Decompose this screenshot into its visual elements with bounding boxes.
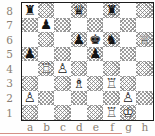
square-f8[interactable]: ♜	[103, 3, 119, 18]
piece-glyph: ♟	[40, 18, 52, 32]
rank-label-2: 2	[0, 91, 19, 106]
black-pawn-b7[interactable]: ♟	[38, 18, 54, 33]
square-e7[interactable]	[87, 18, 103, 33]
square-h1[interactable]	[136, 105, 152, 120]
piece-glyph: ♔	[122, 106, 134, 120]
square-h6[interactable]: ♛♕	[136, 32, 152, 47]
rank-label-8: 8	[0, 4, 19, 19]
piece-glyph: ♜	[106, 4, 118, 18]
piece-glyph: ♕	[138, 33, 150, 47]
square-f7[interactable]	[103, 18, 119, 33]
piece-glyph: ♚	[89, 33, 101, 47]
piece-glyph: ♙	[122, 91, 134, 105]
square-b4[interactable]: ♜♖	[38, 61, 54, 76]
white-rook-f1[interactable]: ♜♖	[103, 105, 119, 120]
square-e3[interactable]	[87, 76, 103, 91]
square-d4[interactable]	[71, 61, 87, 76]
piece-glyph: ♟	[89, 47, 101, 61]
square-h7[interactable]	[136, 18, 152, 33]
square-d6[interactable]: ♟	[71, 32, 87, 47]
square-c4[interactable]: ♟♙	[54, 61, 70, 76]
piece-glyph: ♟	[73, 33, 85, 47]
square-a7[interactable]	[22, 18, 38, 33]
rank-label-4: 4	[0, 62, 19, 77]
square-h4[interactable]	[136, 61, 152, 76]
square-e4[interactable]	[87, 61, 103, 76]
black-pawn-a5[interactable]: ♟	[22, 47, 38, 62]
square-g2[interactable]: ♟♙	[120, 91, 136, 106]
square-a8[interactable]: ♜	[22, 3, 38, 18]
square-h5[interactable]	[136, 47, 152, 62]
rank-label-6: 6	[0, 33, 19, 48]
piece-glyph: ♛	[73, 4, 85, 18]
black-rook-f8[interactable]: ♜	[103, 3, 119, 18]
square-b7[interactable]: ♟	[38, 18, 54, 33]
square-g8[interactable]	[120, 3, 136, 18]
piece-glyph: ♟	[24, 47, 36, 61]
white-pawn-a2[interactable]: ♟♙	[22, 91, 38, 106]
square-g7[interactable]	[120, 18, 136, 33]
square-e8[interactable]	[87, 3, 103, 18]
square-c6[interactable]	[54, 32, 70, 47]
piece-glyph: ♜	[24, 4, 36, 18]
square-f4[interactable]	[103, 61, 119, 76]
black-knight-f6[interactable]: ♞	[103, 32, 119, 47]
white-rook-f3[interactable]: ♜♖	[103, 76, 119, 91]
square-g5[interactable]	[120, 47, 136, 62]
square-c1[interactable]	[54, 105, 70, 120]
black-pawn-e5[interactable]: ♟	[87, 47, 103, 62]
square-d5[interactable]	[71, 47, 87, 62]
square-b6[interactable]	[38, 32, 54, 47]
white-queen-h6[interactable]: ♛♕	[136, 32, 152, 47]
piece-glyph: ♞	[106, 33, 118, 47]
square-a2[interactable]: ♟♙	[22, 91, 38, 106]
square-c3[interactable]	[54, 76, 70, 91]
file-label-h: h	[137, 121, 153, 134]
white-king-g1[interactable]: ♚♔	[120, 105, 136, 120]
square-e2[interactable]	[87, 91, 103, 106]
piece-glyph: ♖	[106, 106, 118, 120]
square-a4[interactable]	[22, 61, 38, 76]
white-pawn-c4[interactable]: ♟♙	[54, 61, 70, 76]
square-d1[interactable]	[71, 105, 87, 120]
square-d2[interactable]	[71, 91, 87, 106]
piece-glyph: ♖	[106, 77, 118, 91]
white-pawn-g2[interactable]: ♟♙	[120, 91, 136, 106]
rank-label-1: 1	[0, 106, 19, 121]
black-queen-d8[interactable]: ♛	[71, 3, 87, 18]
square-g6[interactable]	[120, 32, 136, 47]
piece-glyph: ♖	[40, 62, 52, 76]
rank-labels: 87654321	[0, 4, 19, 121]
square-b3[interactable]	[38, 76, 54, 91]
black-pawn-d6[interactable]: ♟	[71, 32, 87, 47]
square-f3[interactable]: ♜♖	[103, 76, 119, 91]
chess-diagram: 87654321 ♜♛♜♟♟♚♞♛♕♟♟♜♖♟♙♝♗♜♖♟♙♟♙♜♖♚♔ abc…	[0, 0, 155, 136]
rank-label-5: 5	[0, 47, 19, 62]
square-b1[interactable]	[38, 105, 54, 120]
square-f2[interactable]	[103, 91, 119, 106]
rank-label-7: 7	[0, 18, 19, 33]
piece-glyph: ♗	[73, 77, 85, 91]
square-d8[interactable]: ♛	[71, 3, 87, 18]
black-rook-a8[interactable]: ♜	[22, 3, 38, 18]
chess-board: ♜♛♜♟♟♚♞♛♕♟♟♜♖♟♙♝♗♜♖♟♙♟♙♜♖♚♔	[21, 2, 154, 121]
square-d3[interactable]: ♝♗	[71, 76, 87, 91]
square-g1[interactable]: ♚♔	[120, 105, 136, 120]
square-b2[interactable]	[38, 91, 54, 106]
white-rook-b4[interactable]: ♜♖	[38, 61, 54, 76]
square-c2[interactable]	[54, 91, 70, 106]
square-d7[interactable]	[71, 18, 87, 33]
square-f5[interactable]	[103, 47, 119, 62]
square-g4[interactable]	[120, 61, 136, 76]
white-bishop-d3[interactable]: ♝♗	[71, 76, 87, 91]
square-e5[interactable]: ♟	[87, 47, 103, 62]
square-h2[interactable]	[136, 91, 152, 106]
square-f1[interactable]: ♜♖	[103, 105, 119, 120]
file-label-g: g	[120, 121, 136, 134]
square-e1[interactable]	[87, 105, 103, 120]
rank-label-3: 3	[0, 76, 19, 91]
square-h8[interactable]	[136, 3, 152, 18]
square-h3[interactable]	[136, 76, 152, 91]
piece-glyph: ♙	[24, 91, 36, 105]
page-rule	[0, 133, 122, 134]
piece-glyph: ♙	[56, 62, 68, 76]
square-c8[interactable]	[54, 3, 70, 18]
square-f6[interactable]: ♞	[103, 32, 119, 47]
square-a5[interactable]: ♟	[22, 47, 38, 62]
square-c7[interactable]	[54, 18, 70, 33]
square-a1[interactable]	[22, 105, 38, 120]
